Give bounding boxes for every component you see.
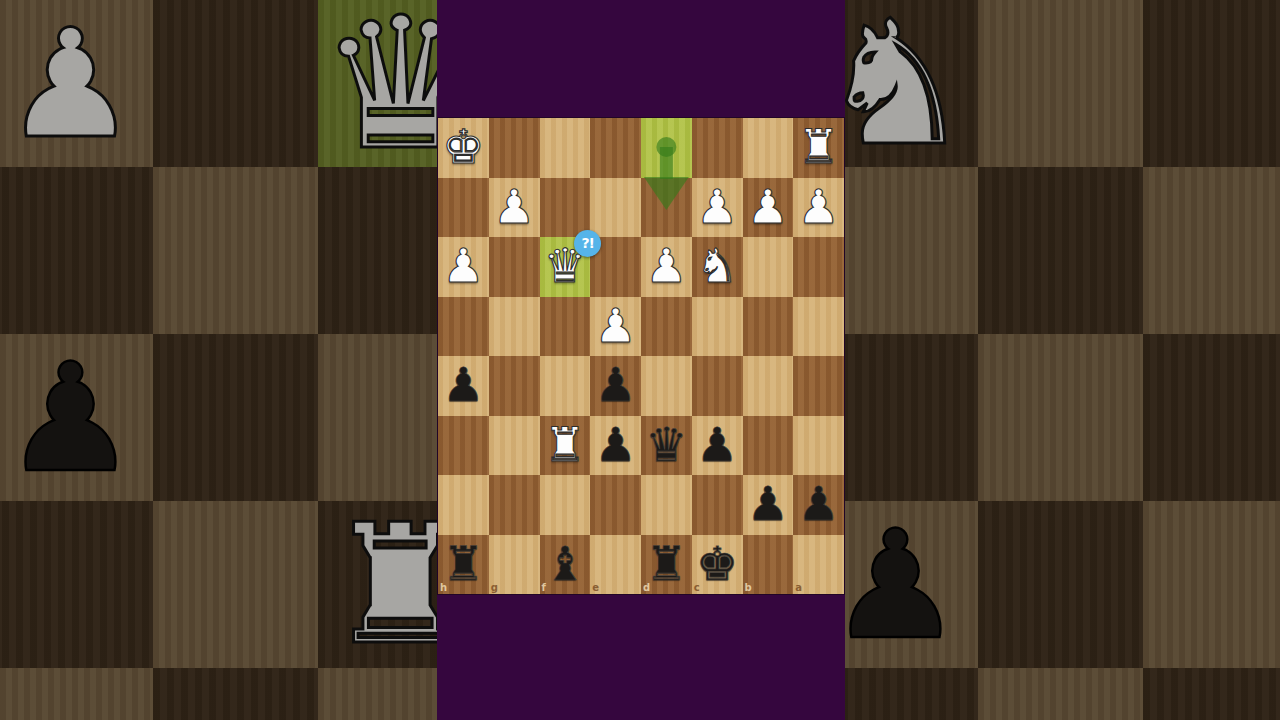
square-d7[interactable] <box>641 475 692 535</box>
bg-piece-white-pawn: ♟ <box>0 0 153 167</box>
piece-white-pawn-c2[interactable]: ♟ <box>692 177 743 237</box>
inaccuracy-badge: ?! <box>574 230 601 257</box>
square-b4[interactable] <box>743 297 794 357</box>
file-label-c: c <box>694 583 700 593</box>
square-a3[interactable] <box>793 237 844 297</box>
square-a7[interactable]: ♟ <box>793 475 844 535</box>
bg-square-b5 <box>978 334 1143 501</box>
square-b8[interactable]: b <box>743 535 794 595</box>
piece-white-pawn-d3[interactable]: ♟ <box>641 236 692 296</box>
bg-square-h7 <box>0 668 153 720</box>
square-d2[interactable] <box>641 178 692 238</box>
square-f1[interactable] <box>540 118 591 178</box>
square-f4[interactable] <box>540 297 591 357</box>
piece-white-rook-a1[interactable]: ♜ <box>793 117 844 177</box>
bg-square-a4 <box>1143 167 1280 334</box>
piece-white-knight-c3[interactable]: ♞ <box>692 236 743 296</box>
square-h6[interactable] <box>438 416 489 476</box>
piece-black-bishop-f8[interactable]: ♝ <box>540 534 591 594</box>
bg-square-b6 <box>978 501 1143 668</box>
bg-square-g4 <box>153 167 318 334</box>
square-f2[interactable] <box>540 178 591 238</box>
square-d8[interactable]: ♜d <box>641 535 692 595</box>
square-f7[interactable] <box>540 475 591 535</box>
bg-square-g3 <box>153 0 318 167</box>
bg-square-h6 <box>0 501 153 668</box>
square-e4[interactable]: ♟ <box>590 297 641 357</box>
square-a6[interactable] <box>793 416 844 476</box>
square-d4[interactable] <box>641 297 692 357</box>
square-h7[interactable] <box>438 475 489 535</box>
square-h3[interactable]: ♟ <box>438 237 489 297</box>
square-c5[interactable] <box>692 356 743 416</box>
square-f8[interactable]: ♝f <box>540 535 591 595</box>
square-g6[interactable] <box>489 416 540 476</box>
square-c7[interactable] <box>692 475 743 535</box>
bg-square-g5 <box>153 334 318 501</box>
square-c1[interactable] <box>692 118 743 178</box>
piece-black-pawn-b7[interactable]: ♟ <box>743 474 794 534</box>
square-h8[interactable]: ♜h <box>438 535 489 595</box>
file-label-d: d <box>643 583 650 593</box>
square-a4[interactable] <box>793 297 844 357</box>
square-c3[interactable]: ♞ <box>692 237 743 297</box>
piece-black-queen-d6[interactable]: ♛ <box>641 415 692 475</box>
piece-black-pawn-c6[interactable]: ♟ <box>692 415 743 475</box>
square-c6[interactable]: ♟ <box>692 416 743 476</box>
square-e5[interactable]: ♟ <box>590 356 641 416</box>
square-d5[interactable] <box>641 356 692 416</box>
piece-black-pawn-h5[interactable]: ♟ <box>438 355 489 415</box>
square-c8[interactable]: ♚c <box>692 535 743 595</box>
piece-black-pawn-e5[interactable]: ♟ <box>590 355 641 415</box>
square-b6[interactable] <box>743 416 794 476</box>
piece-white-pawn-a2[interactable]: ♟ <box>793 177 844 237</box>
square-e8[interactable]: e <box>590 535 641 595</box>
square-g4[interactable] <box>489 297 540 357</box>
file-label-h: h <box>440 583 447 593</box>
square-d6[interactable]: ♛ <box>641 416 692 476</box>
file-label-g: g <box>491 583 498 593</box>
square-a2[interactable]: ♟ <box>793 178 844 238</box>
square-e1[interactable] <box>590 118 641 178</box>
square-b7[interactable]: ♟ <box>743 475 794 535</box>
square-a5[interactable] <box>793 356 844 416</box>
square-c2[interactable]: ♟ <box>692 178 743 238</box>
square-c4[interactable] <box>692 297 743 357</box>
square-e6[interactable]: ♟ <box>590 416 641 476</box>
square-a1[interactable]: ♜ <box>793 118 844 178</box>
piece-white-pawn-e4[interactable]: ♟ <box>590 296 641 356</box>
file-label-b: b <box>745 583 752 593</box>
square-b2[interactable]: ♟ <box>743 178 794 238</box>
bg-square-a7 <box>1143 668 1280 720</box>
bg-square-h4 <box>0 167 153 334</box>
piece-black-pawn-a7[interactable]: ♟ <box>793 474 844 534</box>
bg-piece-black-pawn: ♟ <box>0 334 153 501</box>
square-e7[interactable] <box>590 475 641 535</box>
bg-square-g7 <box>153 668 318 720</box>
piece-white-pawn-g2[interactable]: ♟ <box>489 177 540 237</box>
square-h5[interactable]: ♟ <box>438 356 489 416</box>
square-b1[interactable] <box>743 118 794 178</box>
bg-square-b7 <box>978 668 1143 720</box>
bg-square-a6 <box>1143 501 1280 668</box>
piece-white-king-h1[interactable]: ♚ <box>438 117 489 177</box>
chess-board[interactable]: ♚♜♟♟♟♟♟♛♟♞♟♟♟♜♟♛♟♟♟♜hg♝fe♜d♚cba?! <box>438 118 844 594</box>
square-d3[interactable]: ♟ <box>641 237 692 297</box>
square-g1[interactable] <box>489 118 540 178</box>
square-g5[interactable] <box>489 356 540 416</box>
square-g2[interactable]: ♟ <box>489 178 540 238</box>
square-b5[interactable] <box>743 356 794 416</box>
file-label-f: f <box>542 583 546 593</box>
bg-square-a5 <box>1143 334 1280 501</box>
bg-square-g6 <box>153 501 318 668</box>
square-d1[interactable] <box>641 118 692 178</box>
bg-square-b4 <box>978 167 1143 334</box>
square-a8[interactable]: a <box>793 535 844 595</box>
square-h1[interactable]: ♚ <box>438 118 489 178</box>
square-b3[interactable] <box>743 237 794 297</box>
piece-white-rook-f6[interactable]: ♜ <box>540 415 591 475</box>
square-f5[interactable] <box>540 356 591 416</box>
square-g7[interactable] <box>489 475 540 535</box>
piece-white-pawn-h3[interactable]: ♟ <box>438 236 489 296</box>
square-e2[interactable] <box>590 178 641 238</box>
file-label-e: e <box>592 583 599 593</box>
bg-square-a3 <box>1143 0 1280 167</box>
square-g3[interactable] <box>489 237 540 297</box>
square-h2[interactable] <box>438 178 489 238</box>
square-f6[interactable]: ♜ <box>540 416 591 476</box>
piece-white-pawn-b2[interactable]: ♟ <box>743 177 794 237</box>
piece-black-pawn-e6[interactable]: ♟ <box>590 415 641 475</box>
square-g8[interactable]: g <box>489 535 540 595</box>
file-label-a: a <box>795 583 802 593</box>
square-h4[interactable] <box>438 297 489 357</box>
bg-square-b3 <box>978 0 1143 167</box>
